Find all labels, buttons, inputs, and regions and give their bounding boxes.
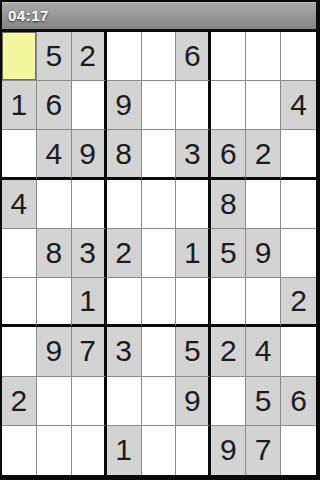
cell-r6c4[interactable] <box>107 278 142 327</box>
cell-r2c8[interactable] <box>246 81 281 130</box>
cell-r6c7[interactable] <box>211 278 246 327</box>
cell-r9c2[interactable] <box>37 426 72 475</box>
cell-r7c8[interactable]: 4 <box>246 327 281 376</box>
cell-r3c4[interactable]: 8 <box>107 130 142 179</box>
cell-r2c1[interactable]: 1 <box>2 81 37 130</box>
cell-r9c3[interactable] <box>72 426 107 475</box>
cell-r6c3[interactable]: 1 <box>72 278 107 327</box>
cell-r5c5[interactable] <box>142 229 177 278</box>
cell-r3c7[interactable]: 6 <box>211 130 246 179</box>
cell-r2c2[interactable]: 6 <box>37 81 72 130</box>
cell-r9c6[interactable] <box>176 426 211 475</box>
timer-text: 04:17 <box>8 7 49 24</box>
cell-r9c7[interactable]: 9 <box>211 426 246 475</box>
cell-r3c5[interactable] <box>142 130 177 179</box>
cell-r8c2[interactable] <box>37 377 72 426</box>
app-screen: 04:17 5261694498362488321591297352429561… <box>0 0 320 480</box>
cell-r6c9[interactable]: 2 <box>281 278 316 327</box>
cell-r4c5[interactable] <box>142 180 177 229</box>
cell-r1c1[interactable] <box>2 32 37 81</box>
cell-r7c7[interactable]: 2 <box>211 327 246 376</box>
cell-r2c6[interactable] <box>176 81 211 130</box>
cell-r5c6[interactable]: 1 <box>176 229 211 278</box>
cell-r3c8[interactable]: 2 <box>246 130 281 179</box>
cell-r8c5[interactable] <box>142 377 177 426</box>
cell-r9c4[interactable]: 1 <box>107 426 142 475</box>
cell-r5c1[interactable] <box>2 229 37 278</box>
cell-r1c5[interactable] <box>142 32 177 81</box>
cell-r6c8[interactable] <box>246 278 281 327</box>
cell-r1c2[interactable]: 5 <box>37 32 72 81</box>
cell-r7c3[interactable]: 7 <box>72 327 107 376</box>
cell-r8c1[interactable]: 2 <box>2 377 37 426</box>
cell-r2c3[interactable] <box>72 81 107 130</box>
cell-r3c3[interactable]: 9 <box>72 130 107 179</box>
cell-r7c6[interactable]: 5 <box>176 327 211 376</box>
cell-r8c3[interactable] <box>72 377 107 426</box>
cell-r4c4[interactable] <box>107 180 142 229</box>
cell-r9c9[interactable] <box>281 426 316 475</box>
cell-r2c5[interactable] <box>142 81 177 130</box>
cell-r4c3[interactable] <box>72 180 107 229</box>
cell-r7c2[interactable]: 9 <box>37 327 72 376</box>
cell-r1c8[interactable] <box>246 32 281 81</box>
cell-r2c7[interactable] <box>211 81 246 130</box>
sudoku-board: 526169449836248832159129735242956197 <box>2 29 316 475</box>
cell-r5c2[interactable]: 8 <box>37 229 72 278</box>
cell-r4c1[interactable]: 4 <box>2 180 37 229</box>
cell-r9c1[interactable] <box>2 426 37 475</box>
cell-r9c5[interactable] <box>142 426 177 475</box>
cell-r4c7[interactable]: 8 <box>211 180 246 229</box>
cell-r8c7[interactable] <box>211 377 246 426</box>
cell-r1c9[interactable] <box>281 32 316 81</box>
cell-r3c2[interactable]: 4 <box>37 130 72 179</box>
cell-r1c7[interactable] <box>211 32 246 81</box>
cell-r9c8[interactable]: 7 <box>246 426 281 475</box>
cell-r3c9[interactable] <box>281 130 316 179</box>
cell-r4c9[interactable] <box>281 180 316 229</box>
cell-r3c1[interactable] <box>2 130 37 179</box>
cell-r5c7[interactable]: 5 <box>211 229 246 278</box>
cell-r3c6[interactable]: 3 <box>176 130 211 179</box>
cell-r5c4[interactable]: 2 <box>107 229 142 278</box>
cell-r2c4[interactable]: 9 <box>107 81 142 130</box>
cell-r8c9[interactable]: 6 <box>281 377 316 426</box>
cell-r8c6[interactable]: 9 <box>176 377 211 426</box>
status-bar: 04:17 <box>2 2 316 29</box>
cell-r7c5[interactable] <box>142 327 177 376</box>
cell-r4c8[interactable] <box>246 180 281 229</box>
cell-r6c6[interactable] <box>176 278 211 327</box>
cell-r7c4[interactable]: 3 <box>107 327 142 376</box>
cell-r5c8[interactable]: 9 <box>246 229 281 278</box>
cell-r6c5[interactable] <box>142 278 177 327</box>
cell-r7c9[interactable] <box>281 327 316 376</box>
cell-r1c3[interactable]: 2 <box>72 32 107 81</box>
cell-r4c6[interactable] <box>176 180 211 229</box>
cell-r4c2[interactable] <box>37 180 72 229</box>
cell-r5c9[interactable] <box>281 229 316 278</box>
cell-r6c1[interactable] <box>2 278 37 327</box>
cell-r8c4[interactable] <box>107 377 142 426</box>
cell-r1c4[interactable] <box>107 32 142 81</box>
cell-r5c3[interactable]: 3 <box>72 229 107 278</box>
cell-r1c6[interactable]: 6 <box>176 32 211 81</box>
cell-r8c8[interactable]: 5 <box>246 377 281 426</box>
cell-r6c2[interactable] <box>37 278 72 327</box>
cell-r2c9[interactable]: 4 <box>281 81 316 130</box>
cell-r7c1[interactable] <box>2 327 37 376</box>
